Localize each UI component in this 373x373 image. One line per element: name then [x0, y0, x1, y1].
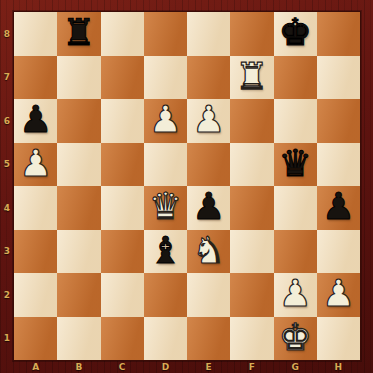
rank-label-4: 4	[0, 186, 14, 230]
square-h1[interactable]	[317, 317, 360, 361]
chessboard-frame: ♜♚♜♟♟♟♟♛♛♟♟♝♞♟♟♚ 87654321ABCDEFGH	[0, 0, 373, 373]
square-e3[interactable]: ♞	[187, 230, 230, 274]
black-rook[interactable]: ♜	[62, 14, 95, 51]
white-rook[interactable]: ♜	[235, 58, 268, 95]
square-a4[interactable]	[14, 186, 57, 230]
square-c2[interactable]	[101, 273, 144, 317]
square-g4[interactable]	[274, 186, 317, 230]
square-a3[interactable]	[14, 230, 57, 274]
white-pawn[interactable]: ♟	[322, 275, 355, 312]
rank-label-8: 8	[0, 12, 14, 56]
rank-label-5: 5	[0, 143, 14, 187]
square-f3[interactable]	[230, 230, 273, 274]
square-b2[interactable]	[57, 273, 100, 317]
square-f6[interactable]	[230, 99, 273, 143]
black-king[interactable]: ♚	[279, 14, 312, 51]
square-e8[interactable]	[187, 12, 230, 56]
white-pawn[interactable]: ♟	[279, 275, 312, 312]
square-d5[interactable]	[144, 143, 187, 187]
square-g8[interactable]: ♚	[274, 12, 317, 56]
square-g7[interactable]	[274, 56, 317, 100]
square-g2[interactable]: ♟	[274, 273, 317, 317]
square-g5[interactable]: ♛	[274, 143, 317, 187]
square-e1[interactable]	[187, 317, 230, 361]
rank-label-6: 6	[0, 99, 14, 143]
file-label-d: D	[144, 360, 187, 373]
square-h4[interactable]: ♟	[317, 186, 360, 230]
square-d2[interactable]	[144, 273, 187, 317]
square-c5[interactable]	[101, 143, 144, 187]
black-pawn[interactable]: ♟	[192, 188, 225, 225]
white-pawn[interactable]: ♟	[19, 145, 52, 182]
square-e4[interactable]: ♟	[187, 186, 230, 230]
square-h2[interactable]: ♟	[317, 273, 360, 317]
rank-label-1: 1	[0, 317, 14, 361]
file-label-c: C	[101, 360, 144, 373]
black-pawn[interactable]: ♟	[19, 101, 52, 138]
square-a8[interactable]	[14, 12, 57, 56]
square-f8[interactable]	[230, 12, 273, 56]
square-f1[interactable]	[230, 317, 273, 361]
black-pawn[interactable]: ♟	[322, 188, 355, 225]
square-d8[interactable]	[144, 12, 187, 56]
file-label-f: F	[230, 360, 273, 373]
file-label-a: A	[14, 360, 57, 373]
square-f4[interactable]	[230, 186, 273, 230]
square-h5[interactable]	[317, 143, 360, 187]
chessboard: ♜♚♜♟♟♟♟♛♛♟♟♝♞♟♟♚	[14, 12, 360, 360]
square-c7[interactable]	[101, 56, 144, 100]
square-h8[interactable]	[317, 12, 360, 56]
square-d1[interactable]	[144, 317, 187, 361]
square-d7[interactable]	[144, 56, 187, 100]
square-b5[interactable]	[57, 143, 100, 187]
square-d4[interactable]: ♛	[144, 186, 187, 230]
black-bishop[interactable]: ♝	[149, 232, 182, 269]
rank-label-3: 3	[0, 230, 14, 274]
square-e5[interactable]	[187, 143, 230, 187]
square-d3[interactable]: ♝	[144, 230, 187, 274]
square-b8[interactable]: ♜	[57, 12, 100, 56]
square-a2[interactable]	[14, 273, 57, 317]
file-label-g: G	[274, 360, 317, 373]
square-c6[interactable]	[101, 99, 144, 143]
white-knight[interactable]: ♞	[192, 232, 225, 269]
square-a7[interactable]	[14, 56, 57, 100]
square-e2[interactable]	[187, 273, 230, 317]
file-label-b: B	[57, 360, 100, 373]
square-b7[interactable]	[57, 56, 100, 100]
square-g6[interactable]	[274, 99, 317, 143]
square-c8[interactable]	[101, 12, 144, 56]
square-c4[interactable]	[101, 186, 144, 230]
black-queen[interactable]: ♛	[279, 145, 312, 182]
square-h3[interactable]	[317, 230, 360, 274]
square-c1[interactable]	[101, 317, 144, 361]
square-a1[interactable]	[14, 317, 57, 361]
square-b6[interactable]	[57, 99, 100, 143]
white-king[interactable]: ♚	[279, 319, 312, 356]
square-e6[interactable]: ♟	[187, 99, 230, 143]
white-pawn[interactable]: ♟	[192, 101, 225, 138]
square-a6[interactable]: ♟	[14, 99, 57, 143]
rank-label-2: 2	[0, 273, 14, 317]
square-b3[interactable]	[57, 230, 100, 274]
square-f7[interactable]: ♜	[230, 56, 273, 100]
square-e7[interactable]	[187, 56, 230, 100]
square-a5[interactable]: ♟	[14, 143, 57, 187]
square-b1[interactable]	[57, 317, 100, 361]
square-h6[interactable]	[317, 99, 360, 143]
square-d6[interactable]: ♟	[144, 99, 187, 143]
rank-label-7: 7	[0, 56, 14, 100]
file-label-h: H	[317, 360, 360, 373]
white-pawn[interactable]: ♟	[149, 101, 182, 138]
file-label-e: E	[187, 360, 230, 373]
square-b4[interactable]	[57, 186, 100, 230]
square-f2[interactable]	[230, 273, 273, 317]
square-f5[interactable]	[230, 143, 273, 187]
white-queen[interactable]: ♛	[149, 188, 182, 225]
square-g3[interactable]	[274, 230, 317, 274]
square-g1[interactable]: ♚	[274, 317, 317, 361]
square-h7[interactable]	[317, 56, 360, 100]
square-c3[interactable]	[101, 230, 144, 274]
